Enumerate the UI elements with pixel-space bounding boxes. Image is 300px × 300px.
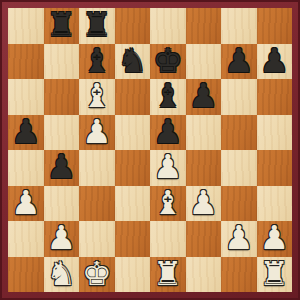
square-g1[interactable] [221,257,257,293]
square-b6[interactable] [44,79,80,115]
square-c4[interactable] [79,150,115,186]
piece-white-pawn[interactable]: ♟ [224,221,254,254]
piece-black-pawn[interactable]: ♟ [259,44,289,77]
square-h1[interactable]: ♜ [257,257,293,293]
square-a6[interactable] [8,79,44,115]
square-g3[interactable] [221,186,257,222]
piece-white-pawn[interactable]: ♟ [82,115,112,148]
square-d5[interactable] [115,115,151,151]
square-b3[interactable] [44,186,80,222]
square-g8[interactable] [221,8,257,44]
square-d3[interactable] [115,186,151,222]
square-d2[interactable] [115,221,151,257]
square-f6[interactable]: ♟ [186,79,222,115]
square-h5[interactable] [257,115,293,151]
piece-black-bishop[interactable]: ♝ [82,44,112,77]
square-h2[interactable]: ♟ [257,221,293,257]
square-h6[interactable] [257,79,293,115]
piece-black-pawn[interactable]: ♟ [11,115,41,148]
square-c5[interactable]: ♟ [79,115,115,151]
square-g4[interactable] [221,150,257,186]
square-d4[interactable] [115,150,151,186]
square-a2[interactable] [8,221,44,257]
chess-board: ♜♜♝♞♚♟♟♝♝♟♟♟♟♟♟♟♝♟♟♟♟♞♚♜♜ [8,8,292,292]
square-d8[interactable] [115,8,151,44]
piece-black-rook[interactable]: ♜ [46,8,76,41]
piece-white-pawn[interactable]: ♟ [188,186,218,219]
square-e8[interactable] [150,8,186,44]
square-b8[interactable]: ♜ [44,8,80,44]
piece-black-knight[interactable]: ♞ [117,44,147,77]
square-g2[interactable]: ♟ [221,221,257,257]
square-a4[interactable] [8,150,44,186]
piece-white-knight[interactable]: ♞ [46,257,76,290]
square-e4[interactable]: ♟ [150,150,186,186]
square-e1[interactable]: ♜ [150,257,186,293]
square-f3[interactable]: ♟ [186,186,222,222]
square-c1[interactable]: ♚ [79,257,115,293]
piece-black-pawn[interactable]: ♟ [188,79,218,112]
square-d7[interactable]: ♞ [115,44,151,80]
square-e3[interactable]: ♝ [150,186,186,222]
square-f1[interactable] [186,257,222,293]
square-c6[interactable]: ♝ [79,79,115,115]
square-h8[interactable] [257,8,293,44]
square-e6[interactable]: ♝ [150,79,186,115]
piece-white-bishop[interactable]: ♝ [82,79,112,112]
square-e7[interactable]: ♚ [150,44,186,80]
piece-black-rook[interactable]: ♜ [82,8,112,41]
piece-white-pawn[interactable]: ♟ [46,221,76,254]
square-f4[interactable] [186,150,222,186]
piece-white-rook[interactable]: ♜ [153,257,183,290]
piece-white-king[interactable]: ♚ [82,257,112,290]
square-h7[interactable]: ♟ [257,44,293,80]
square-f5[interactable] [186,115,222,151]
square-g6[interactable] [221,79,257,115]
square-c2[interactable] [79,221,115,257]
square-f2[interactable] [186,221,222,257]
square-b7[interactable] [44,44,80,80]
piece-white-pawn[interactable]: ♟ [11,186,41,219]
piece-white-bishop[interactable]: ♝ [153,186,183,219]
piece-white-pawn[interactable]: ♟ [259,221,289,254]
square-g7[interactable]: ♟ [221,44,257,80]
chess-board-frame: ♜♜♝♞♚♟♟♝♝♟♟♟♟♟♟♟♝♟♟♟♟♞♚♜♜ [0,0,300,300]
piece-black-pawn[interactable]: ♟ [46,150,76,183]
square-h4[interactable] [257,150,293,186]
square-b2[interactable]: ♟ [44,221,80,257]
square-e2[interactable] [150,221,186,257]
piece-white-rook[interactable]: ♜ [259,257,289,290]
square-c8[interactable]: ♜ [79,8,115,44]
square-b1[interactable]: ♞ [44,257,80,293]
square-a3[interactable]: ♟ [8,186,44,222]
piece-black-pawn[interactable]: ♟ [224,44,254,77]
square-a7[interactable] [8,44,44,80]
square-b5[interactable] [44,115,80,151]
square-h3[interactable] [257,186,293,222]
square-b4[interactable]: ♟ [44,150,80,186]
square-c3[interactable] [79,186,115,222]
square-a5[interactable]: ♟ [8,115,44,151]
piece-white-pawn[interactable]: ♟ [153,150,183,183]
square-a8[interactable] [8,8,44,44]
piece-black-king[interactable]: ♚ [153,44,183,77]
square-f8[interactable] [186,8,222,44]
square-f7[interactable] [186,44,222,80]
square-d6[interactable] [115,79,151,115]
square-c7[interactable]: ♝ [79,44,115,80]
square-a1[interactable] [8,257,44,293]
square-g5[interactable] [221,115,257,151]
piece-black-bishop[interactable]: ♝ [153,79,183,112]
piece-black-pawn[interactable]: ♟ [153,115,183,148]
square-d1[interactable] [115,257,151,293]
square-e5[interactable]: ♟ [150,115,186,151]
